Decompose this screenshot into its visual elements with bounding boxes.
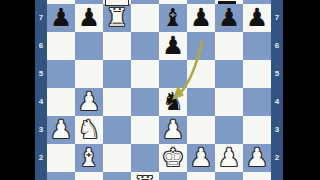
- board-square-g3[interactable]: [215, 116, 243, 144]
- rank-label-1-left: 1: [35, 172, 47, 180]
- board-square-c6[interactable]: [103, 32, 131, 60]
- board-square-b6[interactable]: [75, 32, 103, 60]
- piece-black-pawn-a7[interactable]: ♟: [50, 5, 72, 31]
- board-square-b2[interactable]: ♝: [75, 144, 103, 172]
- piece-white-pawn-e3[interactable]: ♟: [162, 117, 184, 143]
- piece-black-knight-e4[interactable]: ♞: [162, 89, 184, 115]
- board-square-h3[interactable]: [243, 116, 271, 144]
- rank-label-4-left: 4: [35, 88, 47, 116]
- board-square-e7[interactable]: ♝: [159, 4, 187, 32]
- rank-label-3-right: 3: [271, 116, 283, 144]
- piece-white-rook-c7[interactable]: ♜: [106, 5, 128, 31]
- rank-label-1-right: 1: [271, 172, 283, 180]
- piece-white-king-e2[interactable]: ♚: [162, 145, 184, 171]
- board-square-b3[interactable]: ♞: [75, 116, 103, 144]
- board-square-e3[interactable]: ♟: [159, 116, 187, 144]
- board-square-f3[interactable]: [187, 116, 215, 144]
- board-square-g5[interactable]: [215, 60, 243, 88]
- rank-label-2-left: 2: [35, 144, 47, 172]
- rank-label-6-left: 6: [35, 32, 47, 60]
- board-square-h5[interactable]: [243, 60, 271, 88]
- board-square-d2[interactable]: [131, 144, 159, 172]
- piece-black-pawn-h7[interactable]: ♟: [246, 5, 268, 31]
- board-square-a2[interactable]: [47, 144, 75, 172]
- board-square-g7[interactable]: ♟: [215, 4, 243, 32]
- board-square-g2[interactable]: ♟: [215, 144, 243, 172]
- rank-label-4-right: 4: [271, 88, 283, 116]
- board-square-c4[interactable]: [103, 88, 131, 116]
- board-square-e4[interactable]: ♞: [159, 88, 187, 116]
- piece-white-pawn-f2[interactable]: ♟: [190, 145, 212, 171]
- piece-black-pawn-e6[interactable]: ♟: [162, 33, 184, 59]
- piece-white-pawn-b4[interactable]: ♟: [78, 89, 100, 115]
- board-square-a5[interactable]: [47, 60, 75, 88]
- board-square-f7[interactable]: ♟: [187, 4, 215, 32]
- board-square-f5[interactable]: [187, 60, 215, 88]
- board-square-b7[interactable]: ♟: [75, 4, 103, 32]
- thumbnail-stage: ♛♚♟♟♜♝♟♟♟♟♟♞♟♞♟♝♚♟♟♟♜ 87654321 87654321: [0, 0, 320, 180]
- black-king-base-sliver-g8: [218, 1, 236, 4]
- piece-white-pawn-a3[interactable]: ♟: [50, 117, 72, 143]
- board-square-d3[interactable]: [131, 116, 159, 144]
- piece-black-pawn-b7[interactable]: ♟: [78, 5, 100, 31]
- board-square-b5[interactable]: [75, 60, 103, 88]
- rank-label-5-left: 5: [35, 60, 47, 88]
- board-square-f4[interactable]: [187, 88, 215, 116]
- piece-white-rook-d1[interactable]: ♜: [134, 173, 156, 180]
- piece-white-pawn-g2[interactable]: ♟: [218, 145, 240, 171]
- rank-label-5-right: 5: [271, 60, 283, 88]
- board-square-c5[interactable]: [103, 60, 131, 88]
- piece-white-bishop-b2[interactable]: ♝: [78, 145, 100, 171]
- board-square-d1[interactable]: ♜: [131, 172, 159, 180]
- board-square-f2[interactable]: ♟: [187, 144, 215, 172]
- piece-black-bishop-e7[interactable]: ♝: [162, 5, 184, 31]
- board-square-a6[interactable]: [47, 32, 75, 60]
- rank-label-6-right: 6: [271, 32, 283, 60]
- piece-black-pawn-g7[interactable]: ♟: [218, 5, 240, 31]
- board-square-a1[interactable]: [47, 172, 75, 180]
- board-square-e5[interactable]: [159, 60, 187, 88]
- rank-label-2-right: 2: [271, 144, 283, 172]
- board-square-d7[interactable]: [131, 4, 159, 32]
- board-square-e6[interactable]: ♟: [159, 32, 187, 60]
- rank-label-7-left: 7: [35, 4, 47, 32]
- board-square-h7[interactable]: ♟: [243, 4, 271, 32]
- board-square-f6[interactable]: [187, 32, 215, 60]
- board-square-d5[interactable]: [131, 60, 159, 88]
- board-square-d6[interactable]: [131, 32, 159, 60]
- board-square-e1[interactable]: [159, 172, 187, 180]
- right-pillarbox-bar: [283, 0, 320, 180]
- board-square-f1[interactable]: [187, 172, 215, 180]
- chess-board-wrap: ♛♚♟♟♜♝♟♟♟♟♟♞♟♞♟♝♚♟♟♟♜ 87654321 87654321: [35, 0, 283, 180]
- piece-black-pawn-f7[interactable]: ♟: [190, 5, 212, 31]
- board-square-c7[interactable]: ♜: [103, 4, 131, 32]
- board-square-a4[interactable]: [47, 88, 75, 116]
- board-square-h4[interactable]: [243, 88, 271, 116]
- board-square-h1[interactable]: [243, 172, 271, 180]
- board-square-d4[interactable]: [131, 88, 159, 116]
- board-square-h2[interactable]: ♟: [243, 144, 271, 172]
- rank-label-3-left: 3: [35, 116, 47, 144]
- board-square-c1[interactable]: [103, 172, 131, 180]
- board-square-h6[interactable]: [243, 32, 271, 60]
- board-square-g4[interactable]: [215, 88, 243, 116]
- board-square-a7[interactable]: ♟: [47, 4, 75, 32]
- chess-board[interactable]: ♛♚♟♟♜♝♟♟♟♟♟♞♟♞♟♝♚♟♟♟♜: [47, 0, 271, 180]
- board-square-a3[interactable]: ♟: [47, 116, 75, 144]
- board-square-g6[interactable]: [215, 32, 243, 60]
- board-square-b1[interactable]: [75, 172, 103, 180]
- piece-white-knight-b3[interactable]: ♞: [78, 117, 100, 143]
- left-pillarbox-bar: [0, 0, 35, 180]
- rank-label-7-right: 7: [271, 4, 283, 32]
- board-square-c2[interactable]: [103, 144, 131, 172]
- board-square-e2[interactable]: ♚: [159, 144, 187, 172]
- board-square-g1[interactable]: [215, 172, 243, 180]
- board-square-b4[interactable]: ♟: [75, 88, 103, 116]
- piece-white-pawn-h2[interactable]: ♟: [246, 145, 268, 171]
- board-square-c3[interactable]: [103, 116, 131, 144]
- white-queen-base-sliver-c8: [105, 0, 129, 6]
